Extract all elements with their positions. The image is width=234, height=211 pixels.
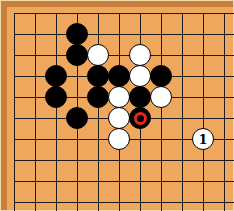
black-stone xyxy=(66,107,88,129)
white-stone xyxy=(108,86,130,108)
board-border-left xyxy=(1,1,7,210)
black-stone xyxy=(87,86,109,108)
black-stone xyxy=(150,65,172,87)
grid-hline xyxy=(14,55,234,56)
black-stone xyxy=(45,65,67,87)
go-board-diagram: 1 xyxy=(0,0,234,211)
black-stone xyxy=(108,65,130,87)
black-stone xyxy=(66,23,88,45)
black-stone xyxy=(66,44,88,66)
grid-hline xyxy=(14,202,234,203)
white-stone-move-1: 1 xyxy=(192,128,214,150)
white-stone xyxy=(129,65,151,87)
move-number-label: 1 xyxy=(198,133,207,146)
black-stone xyxy=(129,86,151,108)
white-stone xyxy=(108,128,130,150)
grid-hline xyxy=(14,13,234,14)
red-circle-mark xyxy=(134,112,147,125)
white-stone xyxy=(87,44,109,66)
grid-hline xyxy=(14,34,234,35)
black-stone xyxy=(45,86,67,108)
black-stone xyxy=(87,65,109,87)
white-stone xyxy=(108,107,130,129)
white-stone xyxy=(150,86,172,108)
board-border-top xyxy=(1,1,233,7)
white-stone xyxy=(129,44,151,66)
grid-hline xyxy=(14,160,234,161)
black-stone-marked-circle xyxy=(129,107,151,129)
grid-hline xyxy=(14,181,234,182)
